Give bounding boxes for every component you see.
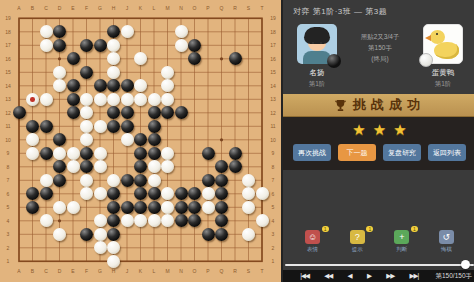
svg-text:11: 11 xyxy=(5,123,10,129)
forward-1-button[interactable]: ▶ xyxy=(367,272,371,280)
svg-text:S: S xyxy=(247,5,251,11)
stone-white xyxy=(40,174,53,187)
svg-text:16: 16 xyxy=(5,56,11,62)
svg-text:19: 19 xyxy=(5,15,11,21)
stone-black xyxy=(80,39,93,52)
stone-white xyxy=(148,93,161,106)
svg-text:N: N xyxy=(179,268,183,274)
tool-4[interactable]: ↺悔棋 xyxy=(431,230,461,253)
stone-black xyxy=(40,120,53,133)
svg-text:M: M xyxy=(165,5,169,11)
stone-black xyxy=(107,201,120,214)
tool-label: 表情 xyxy=(298,246,328,253)
svg-text:19: 19 xyxy=(270,15,276,21)
svg-text:17: 17 xyxy=(5,42,11,48)
stone-black xyxy=(107,228,120,241)
stone-black xyxy=(94,39,107,52)
action-button-3[interactable]: 复盘研究 xyxy=(383,144,421,161)
player-white-name: 蛋黄鸭 xyxy=(413,68,473,78)
stone-black xyxy=(215,174,228,187)
svg-text:L: L xyxy=(153,268,156,274)
stone-white xyxy=(107,174,120,187)
stone-black xyxy=(107,120,120,133)
svg-text:H: H xyxy=(112,5,116,11)
stone-black xyxy=(215,228,228,241)
svg-text:P: P xyxy=(206,5,210,11)
stone-black xyxy=(121,79,134,92)
svg-text:7: 7 xyxy=(7,177,10,183)
svg-text:5: 5 xyxy=(272,204,275,210)
stone-white xyxy=(107,39,120,52)
svg-text:4: 4 xyxy=(272,218,275,224)
svg-text:O: O xyxy=(193,5,197,11)
svg-text:11: 11 xyxy=(270,123,275,129)
svg-text:H: H xyxy=(112,268,116,274)
svg-text:15: 15 xyxy=(5,69,11,75)
back-1-button[interactable]: ◀ xyxy=(348,272,352,280)
stone-black xyxy=(175,187,188,200)
stone-black xyxy=(202,147,215,160)
stone-black xyxy=(80,147,93,160)
stone-black xyxy=(67,93,80,106)
stone-white xyxy=(121,214,134,227)
svg-text:D: D xyxy=(58,5,62,11)
stone-black xyxy=(80,228,93,241)
svg-text:T: T xyxy=(260,268,263,274)
player-black-name: 名扬 xyxy=(287,68,347,78)
player-white-rank: 第1阶 xyxy=(413,80,473,89)
komi-info: 黑贴2又3/4子 xyxy=(340,31,420,42)
svg-text:D: D xyxy=(58,268,62,274)
svg-text:3: 3 xyxy=(272,231,275,237)
stone-black xyxy=(26,120,39,133)
stone-white xyxy=(148,174,161,187)
stone-white xyxy=(175,25,188,38)
stone-white xyxy=(242,174,255,187)
stone-black xyxy=(40,147,53,160)
svg-text:2: 2 xyxy=(7,245,10,251)
svg-text:F: F xyxy=(85,268,88,274)
stone-black xyxy=(134,147,147,160)
forward-10-button[interactable]: ▶▶ xyxy=(386,272,394,280)
svg-text:Q: Q xyxy=(220,5,224,11)
tool-label: 判断 xyxy=(387,246,417,253)
svg-text:A: A xyxy=(17,268,21,274)
match-title: 对弈 第1阶·3班 — 第3题 xyxy=(293,6,387,17)
stone-black xyxy=(148,133,161,146)
svg-text:J: J xyxy=(126,5,129,11)
player-white-meta: 蛋黄鸭 第1阶 xyxy=(413,68,473,89)
stone-white xyxy=(256,187,269,200)
star-icon: ★ xyxy=(373,121,386,139)
go-app-window: AABBCCDDEEFFGGHHJJKKLLMMNNOOPPQQRRSSTT19… xyxy=(0,0,474,282)
player-black-avatar[interactable] xyxy=(297,24,337,64)
stone-black xyxy=(229,147,242,160)
action-buttons-row: 再次挑战下一题复盘研究返回列表 xyxy=(283,144,474,161)
svg-text:14: 14 xyxy=(5,83,11,89)
stone-black xyxy=(121,174,134,187)
svg-text:7: 7 xyxy=(272,177,275,183)
tool-badge: 1 xyxy=(322,226,329,232)
stone-black xyxy=(188,201,201,214)
svg-text:18: 18 xyxy=(270,29,276,35)
stone-black xyxy=(67,79,80,92)
tool-badge: 1 xyxy=(366,226,373,232)
stone-black xyxy=(175,106,188,119)
stone-black xyxy=(121,201,134,214)
svg-text:Q: Q xyxy=(220,268,224,274)
stone-white xyxy=(26,147,39,160)
svg-text:F: F xyxy=(85,5,88,11)
svg-text:17: 17 xyxy=(270,42,276,48)
svg-text:10: 10 xyxy=(270,137,276,143)
success-banner-text: 挑战成功 xyxy=(353,96,425,114)
svg-text:6: 6 xyxy=(7,191,10,197)
back-10-button[interactable]: ◀◀ xyxy=(324,272,332,280)
stone-black xyxy=(134,201,147,214)
stone-white xyxy=(256,214,269,227)
playback-bar: |◀◀◀◀◀▶▶▶▶▶| 第150/150手 xyxy=(283,270,474,282)
stone-black xyxy=(40,187,53,200)
svg-text:B: B xyxy=(31,5,35,11)
action-button-4[interactable]: 返回列表 xyxy=(428,144,466,161)
stone-black xyxy=(188,39,201,52)
challenge-result-section: 挑战成功 ★★★ 再次挑战下一题复盘研究返回列表 xyxy=(283,94,474,170)
svg-text:C: C xyxy=(44,5,48,11)
stone-black xyxy=(53,174,66,187)
svg-text:16: 16 xyxy=(270,56,276,62)
stone-white xyxy=(53,228,66,241)
stone-white xyxy=(26,93,39,106)
stone-black xyxy=(229,160,242,173)
action-button-1[interactable]: 再次挑战 xyxy=(293,144,331,161)
svg-text:3: 3 xyxy=(7,231,10,237)
black-stone-badge-icon xyxy=(327,54,341,68)
tool-2[interactable]: ?1提示 xyxy=(342,230,372,253)
move-number-info: 第150手 xyxy=(340,42,420,53)
stone-black xyxy=(53,39,66,52)
svg-text:13: 13 xyxy=(270,96,276,102)
player-black-rank: 第1阶 xyxy=(287,80,347,89)
stone-white xyxy=(121,93,134,106)
stone-white xyxy=(121,133,134,146)
stone-white xyxy=(40,25,53,38)
stone-white xyxy=(242,228,255,241)
stone-black xyxy=(26,201,39,214)
star-icon: ★ xyxy=(352,121,365,139)
trophy-icon xyxy=(334,99,347,112)
stone-black xyxy=(94,79,107,92)
stone-white xyxy=(161,147,174,160)
svg-text:4: 4 xyxy=(7,218,10,224)
svg-text:C: C xyxy=(44,268,48,274)
stone-white xyxy=(148,160,161,173)
stone-white xyxy=(121,25,134,38)
stone-white xyxy=(134,93,147,106)
game-info: 黑贴2又3/4子 第150手 (终局) xyxy=(340,31,420,64)
stone-white xyxy=(80,174,93,187)
svg-text:K: K xyxy=(139,268,143,274)
stone-black xyxy=(215,201,228,214)
game-side-panel: 对弈 第1阶·3班 — 第3题 名扬 第1阶 黑贴2又3/4子 第150手 (终… xyxy=(281,0,474,282)
stone-white xyxy=(107,93,120,106)
stone-white xyxy=(53,66,66,79)
svg-text:5: 5 xyxy=(7,204,10,210)
svg-text:14: 14 xyxy=(270,83,276,89)
svg-text:15: 15 xyxy=(270,69,276,75)
tools-row: ☺1表情?1提示+1判断↺悔棋 xyxy=(283,230,474,253)
svg-text:8: 8 xyxy=(272,164,275,170)
stone-white xyxy=(161,66,174,79)
go-start-button[interactable]: |◀◀ xyxy=(300,272,309,280)
move-progress-slider[interactable] xyxy=(285,264,474,266)
player-black-meta: 名扬 第1阶 xyxy=(287,68,347,89)
stone-white xyxy=(94,160,107,173)
stone-white xyxy=(94,93,107,106)
stone-white xyxy=(161,93,174,106)
stone-white xyxy=(242,201,255,214)
svg-text:1: 1 xyxy=(7,258,10,264)
svg-text:9: 9 xyxy=(7,150,10,156)
tool-icon-1[interactable]: ☺ xyxy=(305,230,320,244)
stone-white xyxy=(94,228,107,241)
tool-icon-3[interactable]: + xyxy=(394,230,409,244)
svg-text:1: 1 xyxy=(272,258,275,264)
tool-label: 提示 xyxy=(342,246,372,253)
stone-white xyxy=(53,147,66,160)
stone-black xyxy=(148,201,161,214)
stone-black xyxy=(121,120,134,133)
star-rating: ★★★ xyxy=(283,117,474,143)
stone-white xyxy=(107,66,120,79)
svg-text:2: 2 xyxy=(272,245,275,251)
stone-black xyxy=(229,52,242,65)
playback-controls: |◀◀◀◀◀▶▶▶▶▶| xyxy=(283,272,434,280)
stone-white xyxy=(67,147,80,160)
svg-text:J: J xyxy=(126,268,129,274)
tool-label: 悔棋 xyxy=(431,246,461,253)
stone-black xyxy=(13,106,26,119)
action-button-2[interactable]: 下一题 xyxy=(338,144,376,161)
tool-badge: 1 xyxy=(411,226,418,232)
svg-text:6: 6 xyxy=(272,191,275,197)
stone-black xyxy=(148,106,161,119)
stone-black xyxy=(202,174,215,187)
stone-white xyxy=(67,201,80,214)
svg-text:E: E xyxy=(71,5,75,11)
stone-white xyxy=(148,214,161,227)
stone-white xyxy=(107,255,120,268)
stone-white xyxy=(202,187,215,200)
stone-white xyxy=(94,214,107,227)
svg-text:P: P xyxy=(206,268,210,274)
stone-black xyxy=(148,187,161,200)
stone-black xyxy=(121,106,134,119)
svg-text:10: 10 xyxy=(5,137,11,143)
stone-white xyxy=(161,201,174,214)
stone-black xyxy=(148,120,161,133)
svg-text:L: L xyxy=(153,5,156,11)
slider-knob[interactable] xyxy=(461,260,470,269)
svg-text:B: B xyxy=(31,268,35,274)
svg-text:N: N xyxy=(179,5,183,11)
stone-white xyxy=(53,201,66,214)
stone-black xyxy=(175,214,188,227)
tool-icon-4[interactable]: ↺ xyxy=(439,230,454,244)
stone-white xyxy=(94,241,107,254)
svg-text:9: 9 xyxy=(272,150,275,156)
star-icon: ★ xyxy=(393,121,406,139)
stone-white xyxy=(80,120,93,133)
svg-text:13: 13 xyxy=(5,96,11,102)
svg-text:12: 12 xyxy=(270,110,276,116)
stone-white xyxy=(94,187,107,200)
stone-white xyxy=(175,39,188,52)
stone-white xyxy=(94,120,107,133)
stone-white xyxy=(40,214,53,227)
stone-white xyxy=(94,147,107,160)
svg-text:G: G xyxy=(98,5,102,11)
svg-text:R: R xyxy=(233,5,237,11)
stone-white xyxy=(40,39,53,52)
stone-black xyxy=(175,201,188,214)
svg-text:18: 18 xyxy=(5,29,11,35)
stone-black xyxy=(80,66,93,79)
svg-text:M: M xyxy=(165,268,169,274)
tool-3[interactable]: +1判断 xyxy=(387,230,417,253)
go-board[interactable]: AABBCCDDEEFFGGHHJJKKLLMMNNOOPPQQRRSSTT19… xyxy=(0,0,281,282)
move-counter: 第150/150手 xyxy=(434,272,474,281)
svg-text:S: S xyxy=(247,268,251,274)
white-stone-badge-icon xyxy=(419,53,433,67)
svg-text:8: 8 xyxy=(7,164,10,170)
stone-black xyxy=(67,52,80,65)
svg-text:E: E xyxy=(71,268,75,274)
last-move-marker xyxy=(30,97,35,102)
tool-icon-2[interactable]: ? xyxy=(350,230,365,244)
stone-black xyxy=(202,228,215,241)
success-banner: 挑战成功 xyxy=(283,94,474,117)
game-state-info: (终局) xyxy=(340,53,420,64)
stone-black xyxy=(67,106,80,119)
svg-text:A: A xyxy=(17,5,21,11)
stone-white xyxy=(67,160,80,173)
svg-text:R: R xyxy=(233,268,237,274)
stone-black xyxy=(148,147,161,160)
svg-text:T: T xyxy=(260,5,263,11)
svg-text:O: O xyxy=(193,268,197,274)
svg-text:G: G xyxy=(98,268,102,274)
tool-1[interactable]: ☺1表情 xyxy=(298,230,328,253)
stone-white xyxy=(40,93,53,106)
svg-text:K: K xyxy=(139,5,143,11)
stone-black xyxy=(134,174,147,187)
player-white-avatar[interactable] xyxy=(423,24,463,64)
stone-white xyxy=(80,93,93,106)
stone-white xyxy=(202,201,215,214)
go-end-button[interactable]: ▶▶| xyxy=(409,272,418,280)
svg-text:12: 12 xyxy=(5,110,11,116)
